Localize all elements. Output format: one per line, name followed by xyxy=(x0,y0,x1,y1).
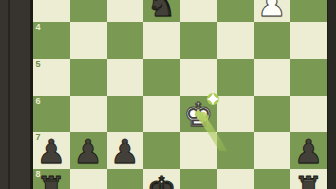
square-f5[interactable] xyxy=(107,59,144,96)
square-g3[interactable] xyxy=(70,0,107,22)
piece-black-king-e8[interactable]: ♚ xyxy=(143,170,180,189)
piece-black-pawn-f7[interactable]: ♟ xyxy=(107,133,144,170)
square-b5[interactable] xyxy=(254,59,291,96)
square-d6[interactable]: ♚ xyxy=(180,96,217,133)
square-g7[interactable]: ♟ xyxy=(70,132,107,169)
square-a5[interactable] xyxy=(290,59,327,96)
square-g5[interactable] xyxy=(70,59,107,96)
square-e4[interactable] xyxy=(143,22,180,59)
rank-label-6: 6 xyxy=(36,97,41,106)
left-panel-strip xyxy=(0,0,33,189)
square-h4[interactable]: 4 xyxy=(33,22,70,59)
piece-black-rook-a8[interactable]: ♜ xyxy=(290,170,327,189)
chess-app-viewport: ♞♟456♚7♟♟♟♟8♜♚♜ xyxy=(0,0,336,189)
chess-board: ♞♟456♚7♟♟♟♟8♜♚♜ xyxy=(33,0,327,189)
square-f3[interactable] xyxy=(107,0,144,22)
square-b8[interactable] xyxy=(254,169,291,189)
square-g8[interactable] xyxy=(70,169,107,189)
square-f6[interactable] xyxy=(107,96,144,133)
square-h8[interactable]: 8♜ xyxy=(33,169,70,189)
square-e7[interactable] xyxy=(143,132,180,169)
square-f8[interactable] xyxy=(107,169,144,189)
rank-label-5: 5 xyxy=(36,60,41,69)
square-d4[interactable] xyxy=(180,22,217,59)
square-a7[interactable]: ♟ xyxy=(290,132,327,169)
square-h5[interactable]: 5 xyxy=(33,59,70,96)
square-f4[interactable] xyxy=(107,22,144,59)
square-b6[interactable] xyxy=(254,96,291,133)
square-g6[interactable] xyxy=(70,96,107,133)
square-f7[interactable]: ♟ xyxy=(107,132,144,169)
square-e6[interactable] xyxy=(143,96,180,133)
piece-black-knight-e3[interactable]: ♞ xyxy=(143,0,180,23)
square-h3[interactable] xyxy=(33,0,70,22)
square-h7[interactable]: 7♟ xyxy=(33,132,70,169)
square-c7[interactable] xyxy=(217,132,254,169)
piece-white-king-d6[interactable]: ♚ xyxy=(180,97,217,134)
square-b4[interactable] xyxy=(254,22,291,59)
square-c6[interactable] xyxy=(217,96,254,133)
square-d7[interactable] xyxy=(180,132,217,169)
piece-black-pawn-h7[interactable]: ♟ xyxy=(33,133,70,170)
square-d5[interactable] xyxy=(180,59,217,96)
square-e5[interactable] xyxy=(143,59,180,96)
square-c4[interactable] xyxy=(217,22,254,59)
square-a3[interactable] xyxy=(290,0,327,22)
square-c8[interactable] xyxy=(217,169,254,189)
square-d3[interactable] xyxy=(180,0,217,22)
rank-label-4: 4 xyxy=(36,23,41,32)
square-h6[interactable]: 6 xyxy=(33,96,70,133)
square-c5[interactable] xyxy=(217,59,254,96)
right-panel-strip xyxy=(327,0,336,189)
square-e3[interactable]: ♞ xyxy=(143,0,180,22)
square-b3[interactable]: ♟ xyxy=(254,0,291,22)
square-b7[interactable] xyxy=(254,132,291,169)
square-d8[interactable] xyxy=(180,169,217,189)
square-c3[interactable] xyxy=(217,0,254,22)
left-panel-seam xyxy=(8,0,10,189)
square-e8[interactable]: ♚ xyxy=(143,169,180,189)
piece-black-pawn-g7[interactable]: ♟ xyxy=(70,133,107,170)
square-a4[interactable] xyxy=(290,22,327,59)
piece-black-rook-h8[interactable]: ♜ xyxy=(33,170,70,189)
square-a8[interactable]: ♜ xyxy=(290,169,327,189)
square-a6[interactable] xyxy=(290,96,327,133)
piece-white-pawn-b3[interactable]: ♟ xyxy=(254,0,291,23)
square-g4[interactable] xyxy=(70,22,107,59)
piece-black-pawn-a7[interactable]: ♟ xyxy=(290,133,327,170)
